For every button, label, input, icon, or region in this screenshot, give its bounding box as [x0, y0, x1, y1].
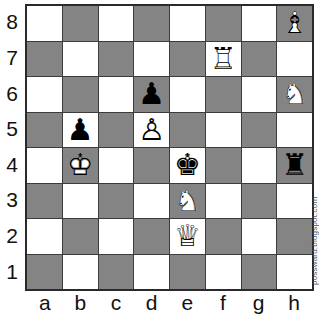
square-g3 [242, 184, 277, 219]
watermark-text: possward.blogspot.com [310, 182, 319, 285]
square-g5 [242, 113, 277, 148]
square-a2 [27, 219, 62, 254]
square-b4: ♚♔ [63, 148, 98, 183]
file-label-h: h [276, 288, 312, 316]
square-b8 [63, 6, 98, 41]
square-c7 [99, 42, 134, 77]
white-king-icon: ♚♔ [67, 150, 94, 180]
square-c2 [99, 219, 134, 254]
square-a5 [27, 113, 62, 148]
square-d2 [134, 219, 169, 254]
square-d6: ♟ [134, 77, 169, 112]
square-f6 [206, 77, 241, 112]
square-a6 [27, 77, 62, 112]
black-pawn-icon: ♟ [138, 79, 165, 109]
square-g7 [242, 42, 277, 77]
rank-label-2: 2 [0, 218, 24, 254]
square-g1 [242, 255, 277, 290]
square-e3: ♞♘ [170, 184, 205, 219]
square-c5 [99, 113, 134, 148]
square-d4 [134, 148, 169, 183]
square-e6 [170, 77, 205, 112]
square-b6 [63, 77, 98, 112]
rank-label-7: 7 [0, 40, 24, 76]
rank-label-8: 8 [0, 4, 24, 40]
square-c1 [99, 255, 134, 290]
square-g8 [242, 6, 277, 41]
square-b7 [63, 42, 98, 77]
white-pawn-icon: ♟♙ [138, 115, 165, 145]
square-f3 [206, 184, 241, 219]
file-label-d: d [134, 288, 170, 316]
square-d8 [134, 6, 169, 41]
white-queen-icon: ♛♕ [174, 221, 201, 251]
black-pawn-icon: ♟ [67, 115, 94, 145]
square-e2: ♛♕ [170, 219, 205, 254]
square-a3 [27, 184, 62, 219]
square-a1 [27, 255, 62, 290]
black-rook-icon: ♜ [281, 150, 308, 180]
square-b1 [63, 255, 98, 290]
rank-label-5: 5 [0, 111, 24, 147]
square-f2 [206, 219, 241, 254]
square-h3 [277, 184, 312, 219]
square-f8 [206, 6, 241, 41]
square-e1 [170, 255, 205, 290]
square-f7: ♜♖ [206, 42, 241, 77]
square-h4: ♜ [277, 148, 312, 183]
square-e5 [170, 113, 205, 148]
square-f5 [206, 113, 241, 148]
white-rook-icon: ♜♖ [210, 44, 237, 74]
white-knight-icon: ♞♘ [174, 186, 201, 216]
square-a7 [27, 42, 62, 77]
square-f1 [206, 255, 241, 290]
square-c4 [99, 148, 134, 183]
square-h6: ♞♘ [277, 77, 312, 112]
rank-label-1: 1 [0, 253, 24, 289]
square-h1 [277, 255, 312, 290]
square-h7 [277, 42, 312, 77]
square-e7 [170, 42, 205, 77]
square-a4 [27, 148, 62, 183]
white-knight-icon: ♞♘ [281, 79, 308, 109]
square-d3 [134, 184, 169, 219]
rank-label-4: 4 [0, 147, 24, 183]
square-g2 [242, 219, 277, 254]
chess-diagram: 87654321 ♝♗♜♖♟♞♘♟♟♙♚♔♚♜♞♘♛♕ abcdefgh pos… [0, 0, 320, 318]
square-c8 [99, 6, 134, 41]
square-g6 [242, 77, 277, 112]
file-label-b: b [63, 288, 99, 316]
square-e4: ♚ [170, 148, 205, 183]
square-e8 [170, 6, 205, 41]
square-b2 [63, 219, 98, 254]
file-labels: abcdefgh [27, 288, 312, 316]
square-b5: ♟ [63, 113, 98, 148]
file-label-e: e [170, 288, 206, 316]
square-d1 [134, 255, 169, 290]
file-label-f: f [205, 288, 241, 316]
square-c3 [99, 184, 134, 219]
file-label-a: a [27, 288, 63, 316]
square-d7 [134, 42, 169, 77]
square-h2 [277, 219, 312, 254]
square-a8 [27, 6, 62, 41]
rank-label-3: 3 [0, 182, 24, 218]
rank-label-6: 6 [0, 75, 24, 111]
square-f4 [206, 148, 241, 183]
chess-board: ♝♗♜♖♟♞♘♟♟♙♚♔♚♜♞♘♛♕ [25, 4, 314, 291]
white-bishop-icon: ♝♗ [281, 8, 308, 38]
square-d5: ♟♙ [134, 113, 169, 148]
square-h8: ♝♗ [277, 6, 312, 41]
square-b3 [63, 184, 98, 219]
square-c6 [99, 77, 134, 112]
file-label-g: g [241, 288, 277, 316]
rank-labels: 87654321 [0, 4, 24, 289]
square-g4 [242, 148, 277, 183]
square-h5 [277, 113, 312, 148]
black-king-icon: ♚ [174, 150, 201, 180]
file-label-c: c [98, 288, 134, 316]
